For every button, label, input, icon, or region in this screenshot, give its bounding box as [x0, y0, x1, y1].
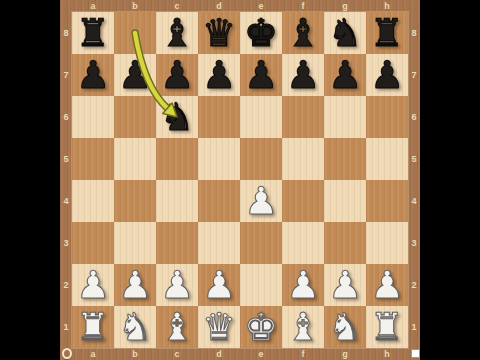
- square-a7[interactable]: ♟: [72, 54, 114, 96]
- black-queen-d8[interactable]: ♛: [202, 14, 236, 52]
- file-label-b: b: [114, 0, 156, 12]
- square-b8[interactable]: [114, 12, 156, 54]
- square-b6[interactable]: [114, 96, 156, 138]
- square-e7[interactable]: ♟: [240, 54, 282, 96]
- file-label-h: h: [366, 348, 408, 360]
- square-d8[interactable]: ♛: [198, 12, 240, 54]
- white-bishop-f1[interactable]: ♝: [286, 308, 320, 346]
- square-g1[interactable]: ♞: [324, 306, 366, 348]
- square-a2[interactable]: ♟: [72, 264, 114, 306]
- file-label-c: c: [156, 348, 198, 360]
- black-pawn-d7[interactable]: ♟: [202, 56, 236, 94]
- rank-label-5: 5: [408, 138, 420, 180]
- file-labels-bottom: abcdefgh: [72, 348, 408, 360]
- square-c4[interactable]: [156, 180, 198, 222]
- rank-label-2: 2: [408, 264, 420, 306]
- file-label-g: g: [324, 348, 366, 360]
- file-label-a: a: [72, 348, 114, 360]
- square-a8[interactable]: ♜: [72, 12, 114, 54]
- white-pawn-a2[interactable]: ♟: [76, 266, 110, 304]
- rank-label-4: 4: [408, 180, 420, 222]
- square-c6[interactable]: ♞: [156, 96, 198, 138]
- file-label-f: f: [282, 348, 324, 360]
- square-f6[interactable]: [282, 96, 324, 138]
- square-e5[interactable]: [240, 138, 282, 180]
- black-pawn-g7[interactable]: ♟: [328, 56, 362, 94]
- square-g2[interactable]: ♟: [324, 264, 366, 306]
- square-a5[interactable]: [72, 138, 114, 180]
- square-c3[interactable]: [156, 222, 198, 264]
- square-e4[interactable]: ♟: [240, 180, 282, 222]
- square-b1[interactable]: ♞: [114, 306, 156, 348]
- rank-label-4: 4: [60, 180, 72, 222]
- white-rook-a1[interactable]: ♜: [76, 308, 110, 346]
- square-f2[interactable]: ♟: [282, 264, 324, 306]
- file-label-e: e: [240, 348, 282, 360]
- white-queen-d1[interactable]: ♛: [202, 308, 236, 346]
- black-knight-g8[interactable]: ♞: [328, 14, 362, 52]
- square-a1[interactable]: ♜: [72, 306, 114, 348]
- rank-label-7: 7: [60, 54, 72, 96]
- square-d7[interactable]: ♟: [198, 54, 240, 96]
- black-bishop-f8[interactable]: ♝: [286, 14, 320, 52]
- rank-label-5: 5: [60, 138, 72, 180]
- square-f1[interactable]: ♝: [282, 306, 324, 348]
- square-e2[interactable]: [240, 264, 282, 306]
- square-h2[interactable]: ♟: [366, 264, 408, 306]
- square-b7[interactable]: ♟: [114, 54, 156, 96]
- square-e8[interactable]: ♚: [240, 12, 282, 54]
- square-e6[interactable]: [240, 96, 282, 138]
- rank-label-6: 6: [408, 96, 420, 138]
- rank-label-6: 6: [60, 96, 72, 138]
- black-knight-c6[interactable]: ♞: [160, 98, 194, 136]
- square-f5[interactable]: [282, 138, 324, 180]
- rank-labels-right: 87654321: [408, 12, 420, 348]
- chess-board: abcdefgh 87654321 ♜♝♛♚♝♞♜♟♟♟♟♟♟♟♟♞♟♟♟♟♟♟…: [60, 0, 420, 360]
- square-d3[interactable]: [198, 222, 240, 264]
- black-pawn-a7[interactable]: ♟: [76, 56, 110, 94]
- square-a6[interactable]: [72, 96, 114, 138]
- black-pawn-h7[interactable]: ♟: [370, 56, 404, 94]
- square-g4[interactable]: [324, 180, 366, 222]
- white-pawn-h2[interactable]: ♟: [370, 266, 404, 304]
- file-label-b: b: [114, 348, 156, 360]
- square-c5[interactable]: [156, 138, 198, 180]
- white-pawn-d2[interactable]: ♟: [202, 266, 236, 304]
- square-c2[interactable]: ♟: [156, 264, 198, 306]
- rank-label-8: 8: [408, 12, 420, 54]
- black-rook-a8[interactable]: ♜: [76, 14, 110, 52]
- white-to-move-indicator: [411, 349, 420, 358]
- black-pawn-f7[interactable]: ♟: [286, 56, 320, 94]
- square-f7[interactable]: ♟: [282, 54, 324, 96]
- square-c7[interactable]: ♟: [156, 54, 198, 96]
- square-h5[interactable]: [366, 138, 408, 180]
- black-pawn-c7[interactable]: ♟: [160, 56, 194, 94]
- square-d6[interactable]: [198, 96, 240, 138]
- square-b2[interactable]: ♟: [114, 264, 156, 306]
- black-rook-h8[interactable]: ♜: [370, 14, 404, 52]
- square-c1[interactable]: ♝: [156, 306, 198, 348]
- white-pawn-c2[interactable]: ♟: [160, 266, 194, 304]
- square-g7[interactable]: ♟: [324, 54, 366, 96]
- rank-label-2: 2: [60, 264, 72, 306]
- white-king-e1[interactable]: ♚: [244, 308, 278, 346]
- square-f4[interactable]: [282, 180, 324, 222]
- board-squares: ♜♝♛♚♝♞♜♟♟♟♟♟♟♟♟♞♟♟♟♟♟♟♟♟♜♞♝♛♚♝♞♜: [72, 12, 408, 348]
- square-g3[interactable]: [324, 222, 366, 264]
- square-h1[interactable]: ♜: [366, 306, 408, 348]
- white-bishop-c1[interactable]: ♝: [160, 308, 194, 346]
- square-d1[interactable]: ♛: [198, 306, 240, 348]
- square-b5[interactable]: [114, 138, 156, 180]
- square-d5[interactable]: [198, 138, 240, 180]
- square-a4[interactable]: [72, 180, 114, 222]
- rank-label-3: 3: [408, 222, 420, 264]
- square-b3[interactable]: [114, 222, 156, 264]
- square-h3[interactable]: [366, 222, 408, 264]
- rank-labels-left: 87654321: [60, 12, 72, 348]
- rank-label-1: 1: [60, 306, 72, 348]
- square-f8[interactable]: ♝: [282, 12, 324, 54]
- square-g6[interactable]: [324, 96, 366, 138]
- video-frame: abcdefgh 87654321 ♜♝♛♚♝♞♜♟♟♟♟♟♟♟♟♞♟♟♟♟♟♟…: [0, 0, 480, 360]
- file-label-d: d: [198, 348, 240, 360]
- square-g8[interactable]: ♞: [324, 12, 366, 54]
- square-e3[interactable]: [240, 222, 282, 264]
- black-pawn-b7[interactable]: ♟: [118, 56, 152, 94]
- square-g5[interactable]: [324, 138, 366, 180]
- square-h6[interactable]: [366, 96, 408, 138]
- rank-label-8: 8: [60, 12, 72, 54]
- white-pawn-e4[interactable]: ♟: [244, 182, 278, 220]
- rotate-board-icon[interactable]: [62, 348, 72, 359]
- white-pawn-g2[interactable]: ♟: [328, 266, 362, 304]
- black-pawn-e7[interactable]: ♟: [244, 56, 278, 94]
- square-d2[interactable]: ♟: [198, 264, 240, 306]
- square-a3[interactable]: [72, 222, 114, 264]
- square-h4[interactable]: [366, 180, 408, 222]
- square-h7[interactable]: ♟: [366, 54, 408, 96]
- square-f3[interactable]: [282, 222, 324, 264]
- white-pawn-f2[interactable]: ♟: [286, 266, 320, 304]
- black-king-e8[interactable]: ♚: [244, 14, 278, 52]
- rank-label-3: 3: [60, 222, 72, 264]
- white-rook-h1[interactable]: ♜: [370, 308, 404, 346]
- square-d4[interactable]: [198, 180, 240, 222]
- square-e1[interactable]: ♚: [240, 306, 282, 348]
- white-knight-b1[interactable]: ♞: [118, 308, 152, 346]
- white-pawn-b2[interactable]: ♟: [118, 266, 152, 304]
- white-knight-g1[interactable]: ♞: [328, 308, 362, 346]
- square-c8[interactable]: ♝: [156, 12, 198, 54]
- square-b4[interactable]: [114, 180, 156, 222]
- rank-label-7: 7: [408, 54, 420, 96]
- square-h8[interactable]: ♜: [366, 12, 408, 54]
- rank-label-1: 1: [408, 306, 420, 348]
- black-bishop-c8[interactable]: ♝: [160, 14, 194, 52]
